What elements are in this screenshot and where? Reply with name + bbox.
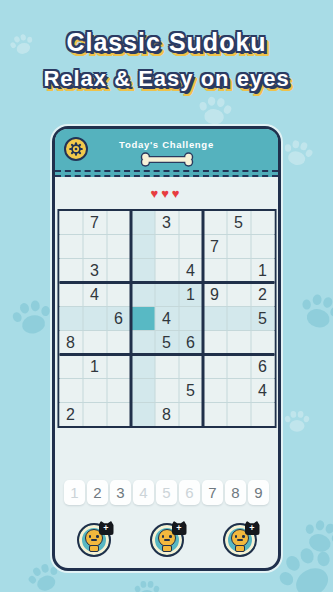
- sudoku-cell-r7c9[interactable]: 6: [251, 355, 274, 378]
- sudoku-board: 73573414192645856165428: [57, 209, 276, 428]
- sudoku-cell-r8c7[interactable]: [203, 379, 226, 402]
- sudoku-cell-r1c9[interactable]: [251, 211, 274, 234]
- sudoku-cell-r4c1[interactable]: [59, 283, 82, 306]
- sudoku-cell-r8c6[interactable]: 5: [179, 379, 202, 402]
- sudoku-cell-r2c5[interactable]: [155, 235, 178, 258]
- sudoku-cell-r9c9[interactable]: [251, 403, 274, 426]
- sudoku-cell-r8c1[interactable]: [59, 379, 82, 402]
- sudoku-cell-r4c3[interactable]: [107, 283, 130, 306]
- paw-print-icon: [280, 137, 315, 169]
- sudoku-cell-r2c2[interactable]: [83, 235, 106, 258]
- sudoku-cell-r9c1[interactable]: 2: [59, 403, 82, 426]
- sudoku-cell-r8c9[interactable]: 4: [251, 379, 274, 402]
- number-key-4[interactable]: 4: [133, 480, 154, 505]
- sudoku-cell-r5c6[interactable]: [179, 307, 202, 330]
- sudoku-cell-r9c4[interactable]: [131, 403, 154, 426]
- sudoku-cell-r5c1[interactable]: [59, 307, 82, 330]
- sudoku-cell-r5c2[interactable]: [83, 307, 106, 330]
- sudoku-cell-r3c2[interactable]: 3: [83, 259, 106, 282]
- dashed-separator: [55, 170, 278, 177]
- sudoku-cell-r3c7[interactable]: [203, 259, 226, 282]
- sudoku-cell-r3c8[interactable]: [227, 259, 250, 282]
- sudoku-cell-r2c1[interactable]: [59, 235, 82, 258]
- sudoku-cell-r3c1[interactable]: [59, 259, 82, 282]
- sudoku-cell-r4c5[interactable]: [155, 283, 178, 306]
- header-bar: Today's Challenge: [55, 129, 278, 170]
- phone-frame: Today's Challenge ♥♥♥ 735734141926458561…: [52, 126, 281, 571]
- bone-icon: [138, 152, 196, 167]
- number-key-8[interactable]: 8: [225, 480, 246, 505]
- sudoku-cell-r8c8[interactable]: [227, 379, 250, 402]
- sudoku-cell-r3c9[interactable]: 1: [251, 259, 274, 282]
- paw-print-icon: [299, 515, 333, 557]
- sudoku-cell-r5c4[interactable]: [131, 307, 154, 330]
- sudoku-cell-r7c4[interactable]: [131, 355, 154, 378]
- app-title: Classic Sudoku Relax & Easy on eyes: [0, 27, 333, 93]
- hint-button-1[interactable]: +: [77, 523, 111, 557]
- sudoku-cell-r6c8[interactable]: [227, 331, 250, 354]
- title-line-2: Relax & Easy on eyes: [0, 65, 333, 93]
- sudoku-cell-r5c8[interactable]: [227, 307, 250, 330]
- sudoku-grid: 73573414192645856165428: [57, 209, 276, 428]
- bulb-base: [89, 545, 99, 552]
- plus-badge-icon: +: [172, 521, 187, 535]
- plus-badge-icon: +: [245, 521, 260, 535]
- sudoku-cell-r6c2[interactable]: [83, 331, 106, 354]
- sudoku-cell-r1c7[interactable]: [203, 211, 226, 234]
- hint-button-3[interactable]: +: [223, 523, 257, 557]
- title-line-1: Classic Sudoku: [0, 27, 333, 58]
- paw-print-icon: [196, 94, 234, 127]
- sudoku-cell-r4c8[interactable]: [227, 283, 250, 306]
- sudoku-cell-r1c8[interactable]: 5: [227, 211, 250, 234]
- sudoku-cell-r2c4[interactable]: [131, 235, 154, 258]
- sudoku-cell-r8c5[interactable]: [155, 379, 178, 402]
- sudoku-cell-r7c2[interactable]: 1: [83, 355, 106, 378]
- sudoku-cell-r6c4[interactable]: [131, 331, 154, 354]
- sudoku-cell-r7c5[interactable]: [155, 355, 178, 378]
- sudoku-cell-r2c3[interactable]: [107, 235, 130, 258]
- sudoku-cell-r9c3[interactable]: [107, 403, 130, 426]
- sudoku-cell-r1c6[interactable]: [179, 211, 202, 234]
- heart-icon: ♥: [172, 186, 183, 201]
- sudoku-cell-r4c6[interactable]: 1: [179, 283, 202, 306]
- paw-print-icon: [284, 410, 310, 432]
- heart-icon: ♥: [150, 186, 161, 201]
- sudoku-cell-r1c2[interactable]: 7: [83, 211, 106, 234]
- number-pad: 123456789: [55, 480, 278, 505]
- sudoku-cell-r7c1[interactable]: [59, 355, 82, 378]
- number-key-2[interactable]: 2: [87, 480, 108, 505]
- paw-print-icon: [9, 296, 55, 338]
- lives-hearts: ♥♥♥: [55, 187, 278, 200]
- sudoku-cell-r7c3[interactable]: [107, 355, 130, 378]
- sudoku-cell-r7c7[interactable]: [203, 355, 226, 378]
- sudoku-cell-r1c5[interactable]: 3: [155, 211, 178, 234]
- sudoku-cell-r7c6[interactable]: [179, 355, 202, 378]
- sudoku-cell-r6c6[interactable]: 6: [179, 331, 202, 354]
- sudoku-cell-r2c9[interactable]: [251, 235, 274, 258]
- sudoku-cell-r2c7[interactable]: 7: [203, 235, 226, 258]
- sudoku-cell-r5c7[interactable]: [203, 307, 226, 330]
- sudoku-cell-r9c8[interactable]: [227, 403, 250, 426]
- sudoku-cell-r9c2[interactable]: [83, 403, 106, 426]
- number-key-6[interactable]: 6: [179, 480, 200, 505]
- number-key-5[interactable]: 5: [156, 480, 177, 505]
- sudoku-cell-r2c8[interactable]: [227, 235, 250, 258]
- bulb-base: [235, 545, 245, 552]
- hint-button-2[interactable]: +: [150, 523, 184, 557]
- heart-icon: ♥: [161, 186, 172, 201]
- sudoku-cell-r1c1[interactable]: [59, 211, 82, 234]
- sudoku-cell-r9c7[interactable]: [203, 403, 226, 426]
- hint-button-row: +++: [55, 523, 278, 557]
- sudoku-cell-r5c3[interactable]: 6: [107, 307, 130, 330]
- plus-badge-icon: +: [99, 521, 114, 535]
- sudoku-cell-r4c2[interactable]: 4: [83, 283, 106, 306]
- header-title: Today's Challenge: [55, 139, 278, 150]
- sudoku-cell-r7c8[interactable]: [227, 355, 250, 378]
- sudoku-cell-r8c2[interactable]: [83, 379, 106, 402]
- sudoku-cell-r4c4[interactable]: [131, 283, 154, 306]
- sudoku-cell-r9c5[interactable]: 8: [155, 403, 178, 426]
- sudoku-cell-r6c9[interactable]: [251, 331, 274, 354]
- sudoku-cell-r6c3[interactable]: [107, 331, 130, 354]
- number-key-7[interactable]: 7: [202, 480, 223, 505]
- sudoku-cell-r6c5[interactable]: 5: [155, 331, 178, 354]
- sudoku-cell-r6c7[interactable]: [203, 331, 226, 354]
- sudoku-cell-r6c1[interactable]: 8: [59, 331, 82, 354]
- paw-print-icon: [296, 290, 333, 333]
- number-key-9[interactable]: 9: [248, 480, 269, 505]
- sudoku-cell-r1c4[interactable]: [131, 211, 154, 234]
- number-key-3[interactable]: 3: [110, 480, 131, 505]
- sudoku-cell-r3c6[interactable]: 4: [179, 259, 202, 282]
- paw-print-icon: [134, 580, 160, 592]
- sudoku-cell-r8c3[interactable]: [107, 379, 130, 402]
- bulb-base: [162, 545, 172, 552]
- sudoku-cell-r5c9[interactable]: 5: [251, 307, 274, 330]
- sudoku-cell-r2c6[interactable]: [179, 235, 202, 258]
- sudoku-cell-r5c5[interactable]: 4: [155, 307, 178, 330]
- app-screenshot: Classic Sudoku Relax & Easy on eyes: [0, 0, 333, 592]
- sudoku-cell-r1c3[interactable]: [107, 211, 130, 234]
- sudoku-cell-r8c4[interactable]: [131, 379, 154, 402]
- sudoku-cell-r3c4[interactable]: [131, 259, 154, 282]
- sudoku-cell-r9c6[interactable]: [179, 403, 202, 426]
- sudoku-cell-r4c7[interactable]: 9: [203, 283, 226, 306]
- number-key-1[interactable]: 1: [64, 480, 85, 505]
- sudoku-cell-r3c3[interactable]: [107, 259, 130, 282]
- sudoku-cell-r3c5[interactable]: [155, 259, 178, 282]
- sudoku-cell-r4c9[interactable]: 2: [251, 283, 274, 306]
